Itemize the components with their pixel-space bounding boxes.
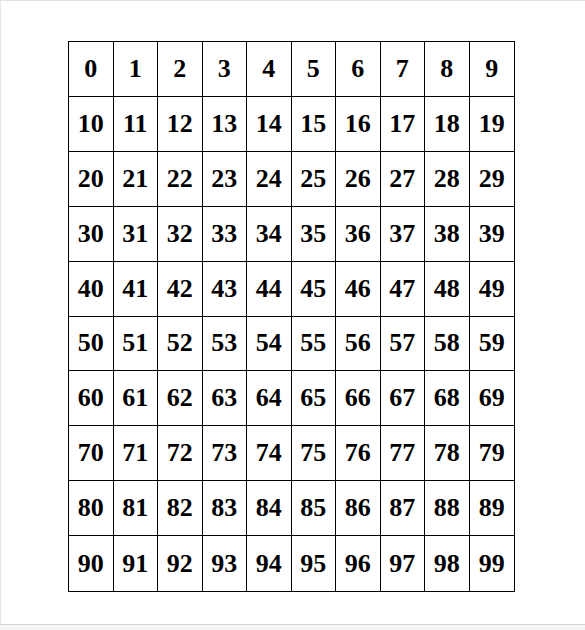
grid-cell-13: 13 (203, 97, 248, 152)
grid-cell-36: 36 (336, 207, 381, 262)
grid-cell-62: 62 (158, 371, 203, 426)
grid-cell-72: 72 (158, 426, 203, 481)
grid-cell-76: 76 (336, 426, 381, 481)
grid-cell-9: 9 (470, 42, 515, 97)
page-separator-line (0, 624, 585, 625)
grid-cell-32: 32 (158, 207, 203, 262)
grid-cell-15: 15 (292, 97, 337, 152)
page-edge-left (0, 0, 1, 630)
grid-cell-38: 38 (425, 207, 470, 262)
grid-cell-2: 2 (158, 42, 203, 97)
grid-cell-24: 24 (247, 152, 292, 207)
grid-cell-75: 75 (292, 426, 337, 481)
grid-cell-68: 68 (425, 371, 470, 426)
grid-cell-42: 42 (158, 262, 203, 317)
grid-cell-89: 89 (470, 481, 515, 536)
hundred-chart-grid: 0123456789101112131415161718192021222324… (68, 41, 515, 592)
grid-cell-58: 58 (425, 317, 470, 372)
grid-cell-54: 54 (247, 317, 292, 372)
grid-cell-84: 84 (247, 481, 292, 536)
grid-cell-67: 67 (381, 371, 426, 426)
document-page: 0123456789101112131415161718192021222324… (0, 0, 585, 630)
grid-cell-11: 11 (114, 97, 159, 152)
grid-cell-91: 91 (114, 536, 159, 591)
grid-cell-88: 88 (425, 481, 470, 536)
grid-cell-99: 99 (470, 536, 515, 591)
grid-cell-53: 53 (203, 317, 248, 372)
grid-cell-86: 86 (336, 481, 381, 536)
grid-cell-35: 35 (292, 207, 337, 262)
grid-cell-18: 18 (425, 97, 470, 152)
grid-cell-33: 33 (203, 207, 248, 262)
grid-cell-52: 52 (158, 317, 203, 372)
grid-cell-0: 0 (69, 42, 114, 97)
grid-cell-26: 26 (336, 152, 381, 207)
grid-cell-1: 1 (114, 42, 159, 97)
grid-cell-83: 83 (203, 481, 248, 536)
grid-cell-60: 60 (69, 371, 114, 426)
grid-cell-98: 98 (425, 536, 470, 591)
grid-cell-12: 12 (158, 97, 203, 152)
grid-cell-7: 7 (381, 42, 426, 97)
grid-cell-65: 65 (292, 371, 337, 426)
grid-cell-14: 14 (247, 97, 292, 152)
grid-cell-5: 5 (292, 42, 337, 97)
grid-cell-23: 23 (203, 152, 248, 207)
grid-cell-59: 59 (470, 317, 515, 372)
grid-cell-41: 41 (114, 262, 159, 317)
grid-cell-31: 31 (114, 207, 159, 262)
grid-cell-78: 78 (425, 426, 470, 481)
grid-cell-45: 45 (292, 262, 337, 317)
grid-cell-21: 21 (114, 152, 159, 207)
grid-cell-61: 61 (114, 371, 159, 426)
grid-cell-48: 48 (425, 262, 470, 317)
grid-cell-95: 95 (292, 536, 337, 591)
grid-cell-28: 28 (425, 152, 470, 207)
grid-cell-10: 10 (69, 97, 114, 152)
grid-cell-64: 64 (247, 371, 292, 426)
grid-cell-87: 87 (381, 481, 426, 536)
grid-cell-82: 82 (158, 481, 203, 536)
grid-cell-92: 92 (158, 536, 203, 591)
page-edge-top (0, 0, 585, 1)
grid-cell-71: 71 (114, 426, 159, 481)
grid-cell-77: 77 (381, 426, 426, 481)
grid-cell-70: 70 (69, 426, 114, 481)
grid-cell-97: 97 (381, 536, 426, 591)
grid-cell-85: 85 (292, 481, 337, 536)
grid-cell-63: 63 (203, 371, 248, 426)
grid-cell-81: 81 (114, 481, 159, 536)
grid-cell-20: 20 (69, 152, 114, 207)
grid-cell-34: 34 (247, 207, 292, 262)
grid-cell-55: 55 (292, 317, 337, 372)
grid-cell-69: 69 (470, 371, 515, 426)
grid-cell-4: 4 (247, 42, 292, 97)
grid-cell-3: 3 (203, 42, 248, 97)
grid-cell-74: 74 (247, 426, 292, 481)
grid-cell-46: 46 (336, 262, 381, 317)
grid-cell-16: 16 (336, 97, 381, 152)
grid-cell-56: 56 (336, 317, 381, 372)
grid-cell-49: 49 (470, 262, 515, 317)
grid-cell-93: 93 (203, 536, 248, 591)
grid-cell-50: 50 (69, 317, 114, 372)
grid-cell-43: 43 (203, 262, 248, 317)
grid-cell-47: 47 (381, 262, 426, 317)
grid-cell-19: 19 (470, 97, 515, 152)
grid-cell-44: 44 (247, 262, 292, 317)
grid-cell-66: 66 (336, 371, 381, 426)
grid-cell-57: 57 (381, 317, 426, 372)
grid-cell-96: 96 (336, 536, 381, 591)
grid-cell-40: 40 (69, 262, 114, 317)
grid-cell-29: 29 (470, 152, 515, 207)
grid-cell-39: 39 (470, 207, 515, 262)
grid-cell-17: 17 (381, 97, 426, 152)
page-gap (0, 625, 585, 630)
grid-cell-73: 73 (203, 426, 248, 481)
grid-cell-22: 22 (158, 152, 203, 207)
grid-cell-37: 37 (381, 207, 426, 262)
grid-cell-27: 27 (381, 152, 426, 207)
grid-cell-25: 25 (292, 152, 337, 207)
grid-cell-51: 51 (114, 317, 159, 372)
grid-cell-80: 80 (69, 481, 114, 536)
grid-cell-90: 90 (69, 536, 114, 591)
grid-cell-6: 6 (336, 42, 381, 97)
grid-cell-94: 94 (247, 536, 292, 591)
grid-cell-79: 79 (470, 426, 515, 481)
grid-cell-8: 8 (425, 42, 470, 97)
grid-cell-30: 30 (69, 207, 114, 262)
